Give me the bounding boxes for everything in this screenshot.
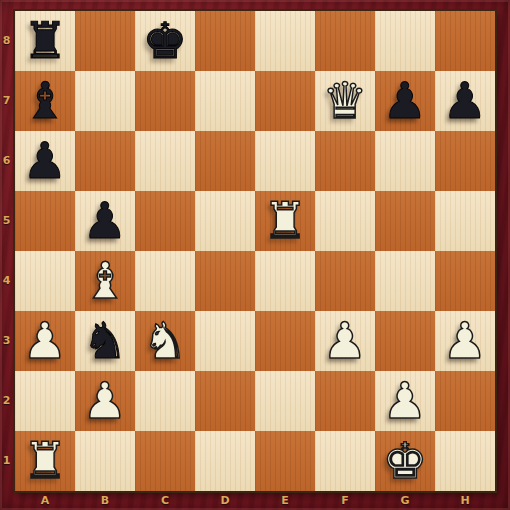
square-h3[interactable]: ♟ [435, 311, 495, 371]
file-label-e: E [255, 493, 315, 510]
square-e4[interactable] [255, 251, 315, 311]
square-d3[interactable] [195, 311, 255, 371]
piece-black-pawn[interactable]: ♟ [83, 191, 128, 251]
square-b7[interactable] [75, 71, 135, 131]
square-a8[interactable]: ♜ [15, 11, 75, 71]
square-h7[interactable]: ♟ [435, 71, 495, 131]
square-a6[interactable]: ♟ [15, 131, 75, 191]
file-label-h: H [435, 493, 495, 510]
square-h1[interactable] [435, 431, 495, 491]
square-g1[interactable]: ♚ [375, 431, 435, 491]
file-label-a: A [15, 493, 75, 510]
square-e8[interactable] [255, 11, 315, 71]
piece-black-pawn[interactable]: ♟ [443, 71, 488, 131]
piece-white-knight[interactable]: ♞ [143, 311, 188, 371]
rank-label-2: 2 [0, 371, 13, 431]
piece-black-bishop[interactable]: ♝ [23, 71, 68, 131]
file-label-g: G [375, 493, 435, 510]
square-d5[interactable] [195, 191, 255, 251]
file-label-b: B [75, 493, 135, 510]
file-label-f: F [315, 493, 375, 510]
square-c7[interactable] [135, 71, 195, 131]
square-b8[interactable] [75, 11, 135, 71]
piece-white-pawn[interactable]: ♟ [23, 311, 68, 371]
square-d6[interactable] [195, 131, 255, 191]
square-f8[interactable] [315, 11, 375, 71]
square-f5[interactable] [315, 191, 375, 251]
square-c1[interactable] [135, 431, 195, 491]
square-g4[interactable] [375, 251, 435, 311]
square-g8[interactable] [375, 11, 435, 71]
chessboard-frame: ♜♚♝♛♟♟♟♟♜♝♟♞♞♟♟♟♟♜♚ 87654321ABCDEFGH [0, 0, 510, 510]
rank-label-7: 7 [0, 71, 13, 131]
square-d4[interactable] [195, 251, 255, 311]
square-d8[interactable] [195, 11, 255, 71]
square-c8[interactable]: ♚ [135, 11, 195, 71]
piece-white-queen[interactable]: ♛ [323, 71, 368, 131]
square-b2[interactable]: ♟ [75, 371, 135, 431]
square-c5[interactable] [135, 191, 195, 251]
square-b3[interactable]: ♞ [75, 311, 135, 371]
square-c6[interactable] [135, 131, 195, 191]
square-h4[interactable] [435, 251, 495, 311]
square-c2[interactable] [135, 371, 195, 431]
file-label-d: D [195, 493, 255, 510]
square-e1[interactable] [255, 431, 315, 491]
square-g6[interactable] [375, 131, 435, 191]
chessboard: ♜♚♝♛♟♟♟♟♜♝♟♞♞♟♟♟♟♜♚ [13, 9, 497, 493]
square-b6[interactable] [75, 131, 135, 191]
piece-white-rook[interactable]: ♜ [23, 431, 68, 491]
rank-label-4: 4 [0, 251, 13, 311]
square-d2[interactable] [195, 371, 255, 431]
square-f1[interactable] [315, 431, 375, 491]
square-f7[interactable]: ♛ [315, 71, 375, 131]
piece-white-pawn[interactable]: ♟ [443, 311, 488, 371]
square-a2[interactable] [15, 371, 75, 431]
piece-white-pawn[interactable]: ♟ [383, 371, 428, 431]
square-f6[interactable] [315, 131, 375, 191]
square-h8[interactable] [435, 11, 495, 71]
square-g2[interactable]: ♟ [375, 371, 435, 431]
square-f2[interactable] [315, 371, 375, 431]
square-b1[interactable] [75, 431, 135, 491]
rank-label-8: 8 [0, 11, 13, 71]
square-c3[interactable]: ♞ [135, 311, 195, 371]
square-a7[interactable]: ♝ [15, 71, 75, 131]
piece-white-pawn[interactable]: ♟ [323, 311, 368, 371]
square-h6[interactable] [435, 131, 495, 191]
piece-black-king[interactable]: ♚ [143, 11, 188, 71]
square-a5[interactable] [15, 191, 75, 251]
square-e6[interactable] [255, 131, 315, 191]
square-e3[interactable] [255, 311, 315, 371]
piece-black-pawn[interactable]: ♟ [383, 71, 428, 131]
square-b5[interactable]: ♟ [75, 191, 135, 251]
piece-white-king[interactable]: ♚ [383, 431, 428, 491]
piece-white-bishop[interactable]: ♝ [83, 251, 128, 311]
file-label-c: C [135, 493, 195, 510]
square-h2[interactable] [435, 371, 495, 431]
rank-label-5: 5 [0, 191, 13, 251]
square-a1[interactable]: ♜ [15, 431, 75, 491]
square-g3[interactable] [375, 311, 435, 371]
square-f4[interactable] [315, 251, 375, 311]
piece-black-pawn[interactable]: ♟ [23, 131, 68, 191]
square-g5[interactable] [375, 191, 435, 251]
square-f3[interactable]: ♟ [315, 311, 375, 371]
rank-label-3: 3 [0, 311, 13, 371]
square-h5[interactable] [435, 191, 495, 251]
square-c4[interactable] [135, 251, 195, 311]
square-d7[interactable] [195, 71, 255, 131]
piece-white-pawn[interactable]: ♟ [83, 371, 128, 431]
square-e7[interactable] [255, 71, 315, 131]
rank-label-1: 1 [0, 431, 13, 491]
square-a3[interactable]: ♟ [15, 311, 75, 371]
square-e2[interactable] [255, 371, 315, 431]
square-b4[interactable]: ♝ [75, 251, 135, 311]
rank-label-6: 6 [0, 131, 13, 191]
piece-white-rook[interactable]: ♜ [263, 191, 308, 251]
piece-black-knight[interactable]: ♞ [83, 311, 128, 371]
square-a4[interactable] [15, 251, 75, 311]
square-g7[interactable]: ♟ [375, 71, 435, 131]
square-d1[interactable] [195, 431, 255, 491]
piece-black-rook[interactable]: ♜ [23, 11, 68, 71]
square-e5[interactable]: ♜ [255, 191, 315, 251]
